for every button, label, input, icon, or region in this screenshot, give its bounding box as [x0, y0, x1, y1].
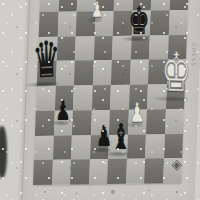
- black-pawn-c3[interactable]: ♟: [55, 97, 70, 124]
- square-g8[interactable]: [151, 0, 170, 10]
- black-queen-b5[interactable]: ♛: [32, 34, 61, 86]
- square-h7[interactable]: [168, 10, 187, 35]
- square-a2[interactable]: [34, 135, 53, 160]
- black-bishop-e2[interactable]: ♝: [111, 119, 131, 155]
- square-d6[interactable]: [93, 36, 112, 61]
- square-c3[interactable]: [72, 110, 91, 135]
- square-a1[interactable]: [33, 160, 52, 185]
- square-d4[interactable]: [91, 85, 110, 110]
- background-object: [0, 126, 7, 178]
- square-f1[interactable]: [126, 159, 145, 184]
- square-g2[interactable]: [145, 134, 164, 159]
- square-f5[interactable]: [129, 60, 148, 85]
- square-e1[interactable]: [107, 159, 126, 184]
- square-b1[interactable]: [52, 160, 71, 185]
- white-king-h5[interactable]: ♚: [161, 46, 192, 101]
- square-h3[interactable]: [165, 109, 184, 134]
- square-b2[interactable]: [52, 135, 71, 160]
- square-c2[interactable]: [71, 135, 90, 160]
- black-king-f7[interactable]: ♚: [128, 2, 149, 40]
- square-c6[interactable]: [75, 36, 94, 61]
- white-pawn-f3[interactable]: ♟: [129, 99, 144, 126]
- square-g3[interactable]: [146, 109, 165, 134]
- square-c1[interactable]: [70, 160, 89, 185]
- square-e4[interactable]: [110, 85, 129, 110]
- square-g1[interactable]: [144, 158, 163, 183]
- square-b8[interactable]: [58, 0, 77, 12]
- square-c5[interactable]: [74, 61, 93, 86]
- square-g7[interactable]: [150, 10, 169, 35]
- white-pawn-d7[interactable]: ♟: [91, 0, 103, 21]
- square-d1[interactable]: [89, 159, 108, 184]
- square-c4[interactable]: [73, 85, 92, 110]
- black-pawn-d2[interactable]: ♟: [96, 122, 112, 151]
- square-h8[interactable]: [169, 0, 188, 10]
- square-b7[interactable]: [57, 11, 76, 36]
- corner-ornament-icon: ◈: [168, 155, 186, 173]
- frame-bottom-markings: [37, 187, 187, 197]
- square-d5[interactable]: [92, 60, 111, 85]
- chessboard-photo: CHESS ◈ ♟♚♛♚♟♟♟♝: [0, 0, 200, 200]
- square-e5[interactable]: [111, 60, 130, 85]
- square-a4[interactable]: [36, 86, 55, 111]
- square-a8[interactable]: [40, 0, 59, 12]
